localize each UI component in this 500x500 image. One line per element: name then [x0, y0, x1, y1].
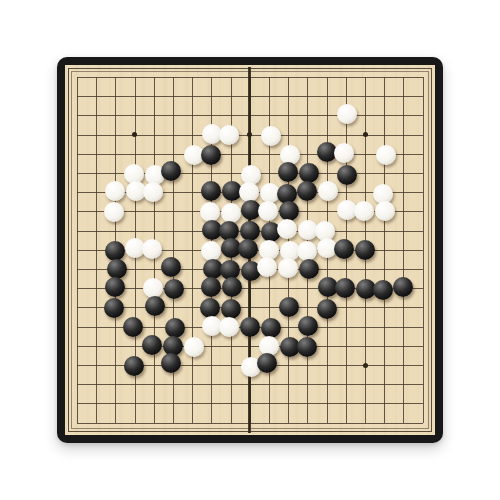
white-stone	[354, 201, 374, 221]
white-stone	[221, 203, 241, 223]
white-stone	[337, 104, 357, 124]
black-stone	[222, 277, 242, 297]
black-stone	[107, 259, 127, 279]
white-stone	[258, 201, 278, 221]
star-point	[247, 132, 252, 137]
black-stone	[142, 335, 162, 355]
black-stone	[297, 337, 317, 357]
black-stone	[337, 165, 357, 185]
photo-stage	[0, 0, 500, 500]
black-stone	[299, 163, 319, 183]
white-stone	[257, 257, 277, 277]
black-stone	[201, 181, 221, 201]
black-stone	[373, 280, 393, 300]
grid-line-vertical	[403, 77, 404, 423]
white-stone	[376, 145, 396, 165]
black-stone	[161, 353, 181, 373]
black-stone	[297, 181, 317, 201]
black-stone	[317, 299, 337, 319]
star-point	[132, 132, 137, 137]
white-stone	[142, 239, 162, 259]
black-stone	[299, 259, 319, 279]
white-stone	[219, 125, 239, 145]
grid-line-vertical	[384, 77, 385, 423]
white-stone	[318, 181, 338, 201]
black-stone	[145, 296, 165, 316]
white-stone	[219, 317, 239, 337]
white-stone	[375, 201, 395, 221]
white-stone	[334, 143, 354, 163]
white-stone	[105, 181, 125, 201]
black-stone	[124, 356, 144, 376]
star-point	[363, 363, 368, 368]
go-board-frame	[57, 57, 443, 443]
black-stone	[238, 239, 258, 259]
black-stone	[201, 145, 221, 165]
black-stone	[105, 277, 125, 297]
black-stone	[123, 317, 143, 337]
black-stone	[164, 279, 184, 299]
white-stone	[277, 219, 297, 239]
white-stone	[261, 126, 281, 146]
black-stone	[278, 162, 298, 182]
black-stone	[104, 298, 124, 318]
white-stone	[143, 182, 163, 202]
black-stone	[240, 317, 260, 337]
black-stone	[221, 299, 241, 319]
black-stone	[161, 257, 181, 277]
white-stone	[278, 258, 298, 278]
go-board-wood-surface	[65, 65, 435, 435]
black-stone	[334, 239, 354, 259]
black-stone	[279, 297, 299, 317]
grid-line-vertical	[423, 77, 424, 423]
star-point	[363, 132, 368, 137]
black-stone	[335, 278, 355, 298]
black-stone	[393, 277, 413, 297]
black-stone	[298, 316, 318, 336]
black-stone	[161, 161, 181, 181]
white-stone	[184, 337, 204, 357]
white-stone	[104, 202, 124, 222]
black-stone	[201, 277, 221, 297]
black-stone	[257, 353, 277, 373]
black-stone	[355, 240, 375, 260]
